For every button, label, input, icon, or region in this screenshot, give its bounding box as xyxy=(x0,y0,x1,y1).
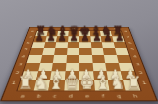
piece-black-pawn[interactable]: ♟ xyxy=(33,32,44,42)
square-g7[interactable]: ♟ xyxy=(101,36,113,42)
square-f7[interactable]: ♟ xyxy=(90,36,102,42)
piece-white-queen[interactable]: ♛ xyxy=(64,74,79,91)
file-labels-bottom: abcdefgh xyxy=(14,94,144,99)
piece-white-knight[interactable]: ♞ xyxy=(110,74,125,91)
square-c7[interactable]: ♟ xyxy=(56,36,68,42)
photo-background: ♜♞♝♛♚♝♞♜♟♟♟♟♟♟♟♟♟♟♟♟♟♟♟♟♜♞♝♛♚♝♞♜ abcdefg… xyxy=(0,0,158,104)
file-label-c: c xyxy=(46,94,63,99)
square-d7[interactable]: ♟ xyxy=(68,36,79,42)
piece-black-pawn[interactable]: ♟ xyxy=(68,32,79,42)
piece-black-pawn[interactable]: ♟ xyxy=(79,32,90,42)
square-h1[interactable]: ♜ xyxy=(122,80,140,90)
file-label-f: f xyxy=(95,94,112,99)
piece-black-pawn[interactable]: ♟ xyxy=(56,32,67,42)
board-viewport: ♜♞♝♛♚♝♞♜♟♟♟♟♟♟♟♟♟♟♟♟♟♟♟♟♜♞♝♛♚♝♞♜ abcdefg… xyxy=(0,0,158,104)
square-c4[interactable] xyxy=(53,55,67,63)
file-label-g: g xyxy=(111,94,128,99)
square-d4[interactable] xyxy=(66,55,79,63)
piece-black-pawn[interactable]: ♟ xyxy=(90,32,101,42)
square-c1[interactable]: ♝ xyxy=(48,80,64,90)
piece-white-rook[interactable]: ♜ xyxy=(125,74,140,91)
square-g1[interactable]: ♞ xyxy=(108,80,125,90)
square-g4[interactable] xyxy=(104,55,118,63)
piece-white-bishop[interactable]: ♝ xyxy=(94,74,109,91)
piece-black-pawn[interactable]: ♟ xyxy=(113,32,124,42)
square-d5[interactable] xyxy=(67,48,79,55)
square-e5[interactable] xyxy=(79,48,91,55)
piece-white-rook[interactable]: ♜ xyxy=(17,74,32,91)
square-f4[interactable] xyxy=(91,55,105,63)
square-c5[interactable] xyxy=(54,48,67,55)
square-h7[interactable]: ♟ xyxy=(112,36,125,42)
file-label-e: e xyxy=(79,94,95,99)
square-a5[interactable] xyxy=(29,48,43,55)
piece-white-bishop[interactable]: ♝ xyxy=(48,74,63,91)
file-label-h: h xyxy=(127,94,144,99)
piece-black-pawn[interactable]: ♟ xyxy=(45,32,56,42)
chess-board: ♜♞♝♛♚♝♞♜♟♟♟♟♟♟♟♟♟♟♟♟♟♟♟♟♜♞♝♛♚♝♞♜ abcdefg… xyxy=(0,27,158,101)
square-e4[interactable] xyxy=(79,55,92,63)
square-h5[interactable] xyxy=(115,48,129,55)
piece-white-king[interactable]: ♚ xyxy=(79,74,94,91)
file-label-b: b xyxy=(30,94,47,99)
piece-white-knight[interactable]: ♞ xyxy=(33,74,48,91)
square-f5[interactable] xyxy=(91,48,104,55)
board-grid: ♜♞♝♛♚♝♞♜♟♟♟♟♟♟♟♟♟♟♟♟♟♟♟♟♜♞♝♛♚♝♞♜ xyxy=(16,31,142,92)
square-b5[interactable] xyxy=(42,48,56,55)
file-label-a: a xyxy=(14,94,31,99)
square-e7[interactable]: ♟ xyxy=(79,36,90,42)
file-label-d: d xyxy=(63,94,79,99)
square-e1[interactable]: ♚ xyxy=(79,80,94,90)
piece-black-pawn[interactable]: ♟ xyxy=(102,32,113,42)
square-f1[interactable]: ♝ xyxy=(93,80,109,90)
square-h4[interactable] xyxy=(116,55,131,63)
square-d1[interactable]: ♛ xyxy=(64,80,79,90)
